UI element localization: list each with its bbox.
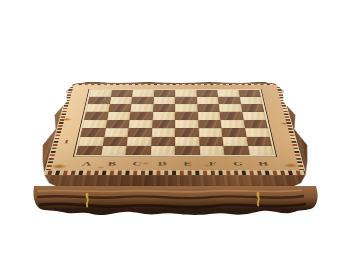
square-f7 [196, 97, 218, 104]
square-b8 [111, 90, 133, 97]
square-c1 [126, 146, 151, 155]
square-g6 [219, 104, 242, 112]
square-h8 [238, 90, 261, 97]
square-a4 [82, 120, 107, 128]
square-d3 [151, 128, 175, 137]
square-f2 [199, 137, 224, 146]
file-label-b: B [98, 158, 125, 170]
square-a6 [86, 104, 110, 112]
square-b6 [108, 104, 131, 112]
file-label-e: E [175, 158, 201, 170]
front-apron [30, 185, 320, 225]
square-e4 [175, 120, 198, 128]
square-d8 [154, 90, 175, 97]
square-g5 [220, 112, 244, 120]
square-c6 [130, 104, 153, 112]
square-f6 [197, 104, 220, 112]
square-c5 [130, 112, 153, 120]
file-label-a: A [73, 158, 101, 170]
square-e6 [175, 104, 197, 112]
square-e3 [175, 128, 199, 137]
square-c3 [128, 128, 152, 137]
chess-field [76, 90, 274, 156]
square-f4 [198, 120, 222, 128]
square-g4 [220, 120, 244, 128]
square-b5 [107, 112, 131, 120]
square-h2 [246, 137, 272, 146]
square-a2 [78, 137, 104, 146]
square-d7 [153, 97, 175, 104]
square-b2 [102, 137, 127, 146]
square-d6 [153, 104, 175, 112]
file-label-c: C [124, 158, 150, 170]
square-g2 [222, 137, 247, 146]
square-f1 [199, 146, 224, 155]
square-g7 [218, 97, 241, 104]
chess-case: ABCDEFGH 1 [0, 0, 350, 255]
square-f5 [197, 112, 220, 120]
rank-label-1: 1 [58, 139, 74, 146]
file-labels: ABCDEFGH [73, 158, 277, 170]
square-c8 [132, 90, 154, 97]
product-photo: ABCDEFGH 1 [0, 0, 350, 255]
square-e8 [175, 90, 196, 97]
square-a1 [76, 146, 102, 155]
square-a3 [80, 128, 105, 137]
square-c7 [131, 97, 153, 104]
square-d1 [150, 146, 175, 155]
square-e2 [175, 137, 199, 146]
square-e5 [175, 112, 198, 120]
file-label-f: F [200, 158, 226, 170]
square-b7 [109, 97, 132, 104]
square-c2 [127, 137, 152, 146]
square-h7 [239, 97, 262, 104]
square-b3 [104, 128, 129, 137]
square-h4 [243, 120, 268, 128]
mosaic-border-bottom [43, 170, 306, 175]
square-c4 [129, 120, 153, 128]
file-label-g: G [225, 158, 252, 170]
square-b4 [105, 120, 129, 128]
square-a5 [84, 112, 108, 120]
square-e7 [175, 97, 197, 104]
square-d2 [151, 137, 175, 146]
square-h3 [245, 128, 270, 137]
square-g1 [223, 146, 249, 155]
square-d4 [152, 120, 175, 128]
square-f8 [196, 90, 218, 97]
file-label-h: H [250, 158, 278, 170]
file-label-d: D [149, 158, 175, 170]
square-e1 [175, 146, 200, 155]
board-lid: ABCDEFGH 1 [30, 82, 320, 187]
square-h1 [248, 146, 274, 155]
square-d5 [152, 112, 175, 120]
square-g3 [221, 128, 246, 137]
square-b1 [101, 146, 127, 155]
square-h5 [242, 112, 266, 120]
square-g8 [217, 90, 239, 97]
square-f3 [198, 128, 222, 137]
square-a8 [89, 90, 112, 97]
square-h6 [241, 104, 265, 112]
square-a7 [88, 97, 111, 104]
